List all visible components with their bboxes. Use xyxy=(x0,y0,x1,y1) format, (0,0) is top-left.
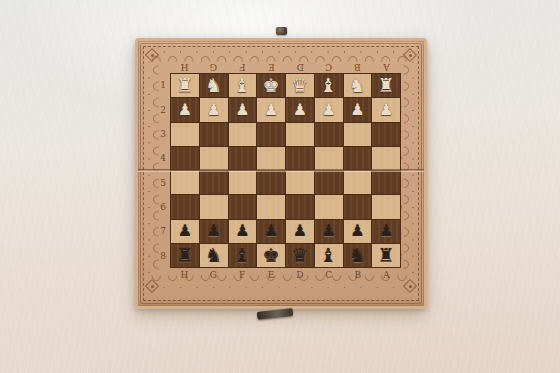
square-A8[interactable]: ♜ xyxy=(372,244,400,267)
file-label: B xyxy=(343,61,372,72)
square-E7[interactable]: ♟ xyxy=(257,220,285,243)
file-label: E xyxy=(257,270,286,281)
rank-label: 5 xyxy=(158,171,168,195)
square-B6[interactable] xyxy=(344,195,372,218)
square-H8[interactable]: ♜ xyxy=(171,244,199,267)
white-pawn[interactable]: ♟ xyxy=(264,102,278,118)
white-queen[interactable]: ♛ xyxy=(291,76,308,95)
white-knight[interactable]: ♞ xyxy=(349,76,366,95)
black-bishop[interactable]: ♝ xyxy=(234,246,251,265)
square-D8[interactable]: ♛ xyxy=(286,244,314,267)
file-label: C xyxy=(314,61,343,72)
file-label: C xyxy=(314,270,343,281)
square-H1[interactable]: ♜ xyxy=(171,74,199,97)
corner-ornament-top-left xyxy=(144,47,160,63)
square-H6[interactable] xyxy=(171,195,199,218)
white-rook[interactable]: ♜ xyxy=(176,76,193,95)
rank-label: 8 xyxy=(158,244,168,268)
square-F1[interactable]: ♝ xyxy=(229,74,257,97)
file-label: B xyxy=(343,270,372,281)
black-bishop[interactable]: ♝ xyxy=(320,246,337,265)
white-knight[interactable]: ♞ xyxy=(205,76,222,95)
square-F3[interactable] xyxy=(229,123,257,146)
black-knight[interactable]: ♞ xyxy=(349,246,366,265)
square-H5[interactable] xyxy=(171,171,199,194)
rank-label: 6 xyxy=(158,195,168,219)
black-pawn[interactable]: ♟ xyxy=(379,223,393,239)
white-pawn[interactable]: ♟ xyxy=(321,102,335,118)
white-pawn[interactable]: ♟ xyxy=(178,102,192,118)
square-C6[interactable] xyxy=(315,195,343,218)
square-G7[interactable]: ♟ xyxy=(200,220,228,243)
rank-labels-left: 12345678 xyxy=(158,73,168,268)
square-G6[interactable] xyxy=(200,195,228,218)
white-rook[interactable]: ♜ xyxy=(378,76,395,95)
square-C7[interactable]: ♟ xyxy=(315,220,343,243)
square-H4[interactable] xyxy=(171,147,199,170)
black-rook[interactable]: ♜ xyxy=(378,246,395,265)
white-pawn[interactable]: ♟ xyxy=(350,102,364,118)
square-B8[interactable]: ♞ xyxy=(344,244,372,267)
square-E3[interactable] xyxy=(257,123,285,146)
square-A6[interactable] xyxy=(372,195,400,218)
file-label: F xyxy=(228,270,257,281)
square-D2[interactable]: ♟ xyxy=(286,98,314,121)
rank-label: 1 xyxy=(158,73,168,97)
file-label: D xyxy=(286,270,315,281)
square-A3[interactable] xyxy=(372,123,400,146)
black-pawn[interactable]: ♟ xyxy=(264,223,278,239)
square-F6[interactable] xyxy=(229,195,257,218)
square-E6[interactable] xyxy=(257,195,285,218)
white-pawn[interactable]: ♟ xyxy=(293,102,307,118)
square-A7[interactable]: ♟ xyxy=(372,220,400,243)
corner-ornament-bottom-left xyxy=(144,278,160,294)
hinge-pin-icon xyxy=(276,27,287,35)
corner-ornament-bottom-right xyxy=(402,278,418,294)
square-E2[interactable]: ♟ xyxy=(257,98,285,121)
white-bishop[interactable]: ♝ xyxy=(320,76,337,95)
corner-ornament-top-right xyxy=(402,47,418,63)
black-pawn[interactable]: ♟ xyxy=(350,223,364,239)
square-B2[interactable]: ♟ xyxy=(344,98,372,121)
rank-label: 2 xyxy=(158,97,168,121)
file-label: D xyxy=(286,61,315,72)
black-pawn[interactable]: ♟ xyxy=(321,223,335,239)
square-E8[interactable]: ♚ xyxy=(257,244,285,267)
white-king[interactable]: ♚ xyxy=(263,76,280,95)
square-F4[interactable] xyxy=(229,147,257,170)
wooden-chess-box: HGFEDCBA HGFEDCBA 12345678 12345678 ♜♞♝♚… xyxy=(135,38,427,309)
rank-label: 4 xyxy=(158,146,168,170)
black-rook[interactable]: ♜ xyxy=(176,246,193,265)
black-pawn[interactable]: ♟ xyxy=(235,223,249,239)
square-A5[interactable] xyxy=(372,171,400,194)
square-C3[interactable] xyxy=(315,123,343,146)
square-H2[interactable]: ♟ xyxy=(171,98,199,121)
file-label: A xyxy=(372,270,401,281)
square-E1[interactable]: ♚ xyxy=(257,74,285,97)
file-labels-bottom: HGFEDCBA xyxy=(170,270,401,281)
square-G8[interactable]: ♞ xyxy=(200,244,228,267)
file-label: E xyxy=(257,61,286,72)
square-A1[interactable]: ♜ xyxy=(372,74,400,97)
square-F8[interactable]: ♝ xyxy=(229,244,257,267)
rank-label: 3 xyxy=(158,122,168,146)
file-label: G xyxy=(199,61,228,72)
square-H7[interactable]: ♟ xyxy=(171,220,199,243)
square-C8[interactable]: ♝ xyxy=(315,244,343,267)
square-E5[interactable] xyxy=(257,171,285,194)
white-pawn[interactable]: ♟ xyxy=(379,102,393,118)
square-F5[interactable] xyxy=(229,171,257,194)
square-A2[interactable]: ♟ xyxy=(372,98,400,121)
black-pawn[interactable]: ♟ xyxy=(293,223,307,239)
square-G4[interactable] xyxy=(200,147,228,170)
chess-board[interactable]: ♜♞♝♚♛♝♞♜♟♟♟♟♟♟♟♟♟♟♟♟♟♟♟♟♜♞♝♚♛♝♞♜ xyxy=(170,73,401,268)
ornament-band-right xyxy=(403,62,416,275)
square-G5[interactable] xyxy=(200,171,228,194)
square-H3[interactable] xyxy=(171,123,199,146)
black-knight[interactable]: ♞ xyxy=(205,246,222,265)
square-D7[interactable]: ♟ xyxy=(286,220,314,243)
square-D3[interactable] xyxy=(286,123,314,146)
square-D1[interactable]: ♛ xyxy=(286,74,314,97)
black-king[interactable]: ♚ xyxy=(263,246,280,265)
file-label: G xyxy=(199,270,228,281)
square-D4[interactable] xyxy=(286,147,314,170)
square-C1[interactable]: ♝ xyxy=(315,74,343,97)
square-G2[interactable]: ♟ xyxy=(200,98,228,121)
white-bishop[interactable]: ♝ xyxy=(234,76,251,95)
square-B5[interactable] xyxy=(344,171,372,194)
scene-background: HGFEDCBA HGFEDCBA 12345678 12345678 ♜♞♝♚… xyxy=(0,0,560,373)
rank-label: 7 xyxy=(158,219,168,243)
file-label: H xyxy=(170,61,199,72)
file-labels-top: HGFEDCBA xyxy=(170,61,401,72)
white-pawn[interactable]: ♟ xyxy=(206,102,220,118)
file-label: F xyxy=(228,61,257,72)
square-B4[interactable] xyxy=(344,147,372,170)
file-label: H xyxy=(170,270,199,281)
clasp-latch-icon xyxy=(257,308,294,320)
square-C2[interactable]: ♟ xyxy=(315,98,343,121)
square-B1[interactable]: ♞ xyxy=(344,74,372,97)
black-pawn[interactable]: ♟ xyxy=(178,223,192,239)
black-queen[interactable]: ♛ xyxy=(291,246,308,265)
square-D6[interactable] xyxy=(286,195,314,218)
white-pawn[interactable]: ♟ xyxy=(235,102,249,118)
square-F7[interactable]: ♟ xyxy=(229,220,257,243)
square-A4[interactable] xyxy=(372,147,400,170)
square-C5[interactable] xyxy=(315,171,343,194)
square-G1[interactable]: ♞ xyxy=(200,74,228,97)
file-label: A xyxy=(372,61,401,72)
square-F2[interactable]: ♟ xyxy=(229,98,257,121)
square-G3[interactable] xyxy=(200,123,228,146)
square-B3[interactable] xyxy=(344,123,372,146)
square-D5[interactable] xyxy=(286,171,314,194)
black-pawn[interactable]: ♟ xyxy=(206,223,220,239)
square-B7[interactable]: ♟ xyxy=(344,220,372,243)
square-C4[interactable] xyxy=(315,147,343,170)
square-E4[interactable] xyxy=(257,147,285,170)
